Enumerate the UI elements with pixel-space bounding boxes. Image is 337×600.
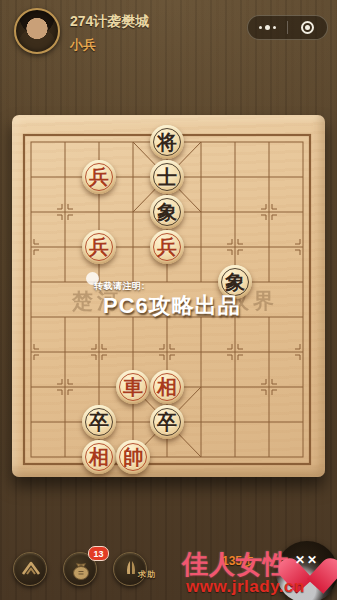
piece-red-相[interactable]: 相 bbox=[82, 440, 116, 474]
piece-red-兵[interactable]: 兵 bbox=[82, 160, 116, 194]
piece-black-士[interactable]: 士 bbox=[150, 160, 184, 194]
miniprogram-capsule bbox=[247, 15, 328, 40]
piece-char: 相 bbox=[89, 447, 109, 467]
piece-char: 車 bbox=[123, 377, 143, 397]
collapse-button[interactable] bbox=[13, 552, 47, 586]
player-avatar[interactable] bbox=[14, 8, 60, 54]
piece-red-帥[interactable]: 帥 bbox=[116, 440, 150, 474]
piece-char: 象 bbox=[157, 202, 177, 222]
piece-red-相[interactable]: 相 bbox=[150, 370, 184, 404]
more-button[interactable] bbox=[248, 16, 287, 39]
ask-help-label: 求助 bbox=[118, 569, 176, 580]
circle-dot-icon bbox=[301, 21, 314, 34]
piece-char: 将 bbox=[157, 132, 177, 152]
piece-black-将[interactable]: 将 bbox=[150, 125, 184, 159]
piece-black-卒[interactable]: 卒 bbox=[82, 405, 116, 439]
piece-red-兵[interactable]: 兵 bbox=[150, 230, 184, 264]
three-dots-icon bbox=[259, 25, 276, 30]
piece-char: 象 bbox=[225, 272, 245, 292]
piece-char: 兵 bbox=[157, 237, 177, 257]
screen: { "header": { "title": "274计袭樊城", "subti… bbox=[0, 0, 337, 600]
watermark-pc6-brand: PC6攻略出品 bbox=[103, 291, 241, 321]
piece-red-兵[interactable]: 兵 bbox=[82, 230, 116, 264]
piece-char: 士 bbox=[157, 167, 177, 187]
player-rank-label: 小兵 bbox=[70, 36, 96, 54]
piece-black-卒[interactable]: 卒 bbox=[150, 405, 184, 439]
piece-char: 卒 bbox=[157, 412, 177, 432]
exit-button[interactable] bbox=[288, 16, 327, 39]
site-watermark-url: www.jrlady.cn bbox=[186, 577, 305, 597]
piece-char: 卒 bbox=[89, 412, 109, 432]
hint-count-badge: 13 bbox=[88, 546, 109, 561]
piece-char: 相 bbox=[157, 377, 177, 397]
chevron-up-icon bbox=[14, 553, 48, 587]
piece-black-象[interactable]: 象 bbox=[150, 195, 184, 229]
piece-char: 兵 bbox=[89, 167, 109, 187]
piece-char: 兵 bbox=[89, 237, 109, 257]
level-title: 274计袭樊城 bbox=[70, 13, 149, 31]
piece-red-車[interactable]: 車 bbox=[116, 370, 150, 404]
piece-char: 帥 bbox=[123, 447, 143, 467]
